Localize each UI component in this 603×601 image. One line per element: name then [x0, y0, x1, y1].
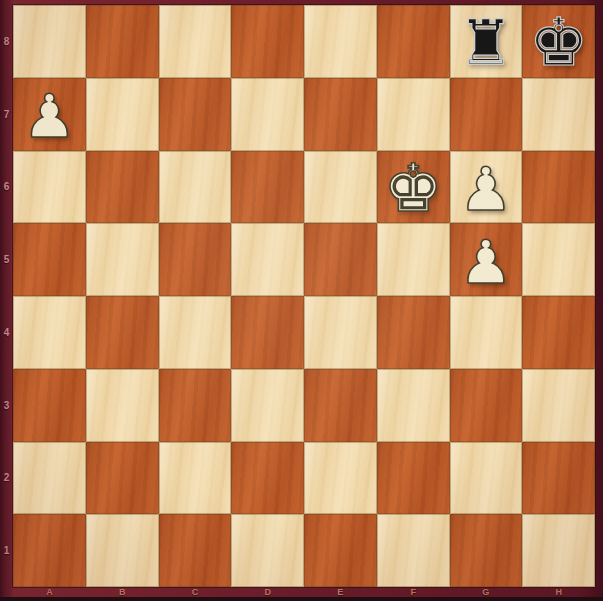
square-b3[interactable]: [86, 369, 159, 442]
white-pawn[interactable]: ♟: [459, 159, 513, 219]
file-label-h: H: [522, 586, 595, 597]
square-h6[interactable]: [522, 151, 595, 224]
square-c2[interactable]: [159, 442, 232, 515]
square-a4[interactable]: [13, 296, 86, 369]
black-king[interactable]: ♚: [529, 10, 588, 76]
square-e8[interactable]: [304, 5, 377, 78]
chessboard: ♜♚♟♚♟♟: [13, 5, 595, 587]
square-g6[interactable]: ♟: [450, 151, 523, 224]
square-e1[interactable]: [304, 514, 377, 587]
square-f4[interactable]: [377, 296, 450, 369]
square-b8[interactable]: [86, 5, 159, 78]
square-c8[interactable]: [159, 5, 232, 78]
square-c6[interactable]: [159, 151, 232, 224]
white-king[interactable]: ♚: [384, 156, 443, 222]
square-g3[interactable]: [450, 369, 523, 442]
square-h8[interactable]: ♚: [522, 5, 595, 78]
square-g5[interactable]: ♟: [450, 223, 523, 296]
square-g2[interactable]: [450, 442, 523, 515]
white-pawn[interactable]: ♟: [459, 232, 513, 292]
file-label-e: E: [304, 586, 377, 597]
square-e4[interactable]: [304, 296, 377, 369]
rank-label-8: 8: [0, 5, 13, 78]
file-labels: ABCDEFGH: [13, 586, 595, 597]
chessboard-frame: ♜♚♟♚♟♟ 87654321 ABCDEFGH: [0, 0, 603, 601]
square-h5[interactable]: [522, 223, 595, 296]
square-g8[interactable]: ♜: [450, 5, 523, 78]
square-g7[interactable]: [450, 78, 523, 151]
square-e6[interactable]: [304, 151, 377, 224]
square-b7[interactable]: [86, 78, 159, 151]
file-label-a: A: [13, 586, 86, 597]
rank-label-6: 6: [0, 151, 13, 224]
frame-bottom-edge: [0, 597, 603, 601]
square-e2[interactable]: [304, 442, 377, 515]
square-d5[interactable]: [231, 223, 304, 296]
rank-label-2: 2: [0, 442, 13, 515]
square-e5[interactable]: [304, 223, 377, 296]
rank-label-3: 3: [0, 369, 13, 442]
square-a2[interactable]: [13, 442, 86, 515]
black-rook[interactable]: ♜: [458, 12, 514, 74]
file-label-d: D: [231, 586, 304, 597]
rank-labels: 87654321: [0, 5, 13, 587]
square-f1[interactable]: [377, 514, 450, 587]
square-d6[interactable]: [231, 151, 304, 224]
square-f5[interactable]: [377, 223, 450, 296]
square-f8[interactable]: [377, 5, 450, 78]
rank-label-1: 1: [0, 514, 13, 587]
square-d7[interactable]: [231, 78, 304, 151]
file-label-c: C: [159, 586, 232, 597]
square-b2[interactable]: [86, 442, 159, 515]
square-e7[interactable]: [304, 78, 377, 151]
square-b5[interactable]: [86, 223, 159, 296]
square-b6[interactable]: [86, 151, 159, 224]
square-h1[interactable]: [522, 514, 595, 587]
rank-label-7: 7: [0, 78, 13, 151]
square-a6[interactable]: [13, 151, 86, 224]
square-a7[interactable]: ♟: [13, 78, 86, 151]
square-f2[interactable]: [377, 442, 450, 515]
square-a1[interactable]: [13, 514, 86, 587]
square-f3[interactable]: [377, 369, 450, 442]
square-h2[interactable]: [522, 442, 595, 515]
square-e3[interactable]: [304, 369, 377, 442]
file-label-g: G: [450, 586, 523, 597]
square-c4[interactable]: [159, 296, 232, 369]
square-c1[interactable]: [159, 514, 232, 587]
square-a5[interactable]: [13, 223, 86, 296]
square-h3[interactable]: [522, 369, 595, 442]
square-c3[interactable]: [159, 369, 232, 442]
square-f7[interactable]: [377, 78, 450, 151]
square-f6[interactable]: ♚: [377, 151, 450, 224]
square-d4[interactable]: [231, 296, 304, 369]
square-a8[interactable]: [13, 5, 86, 78]
square-c7[interactable]: [159, 78, 232, 151]
square-d2[interactable]: [231, 442, 304, 515]
square-c5[interactable]: [159, 223, 232, 296]
file-label-f: F: [377, 586, 450, 597]
square-g1[interactable]: [450, 514, 523, 587]
square-b4[interactable]: [86, 296, 159, 369]
square-g4[interactable]: [450, 296, 523, 369]
square-d3[interactable]: [231, 369, 304, 442]
square-a3[interactable]: [13, 369, 86, 442]
square-h7[interactable]: [522, 78, 595, 151]
square-d8[interactable]: [231, 5, 304, 78]
file-label-b: B: [86, 586, 159, 597]
square-h4[interactable]: [522, 296, 595, 369]
square-b1[interactable]: [86, 514, 159, 587]
white-pawn[interactable]: ♟: [22, 86, 76, 146]
rank-label-4: 4: [0, 296, 13, 369]
rank-label-5: 5: [0, 223, 13, 296]
square-d1[interactable]: [231, 514, 304, 587]
